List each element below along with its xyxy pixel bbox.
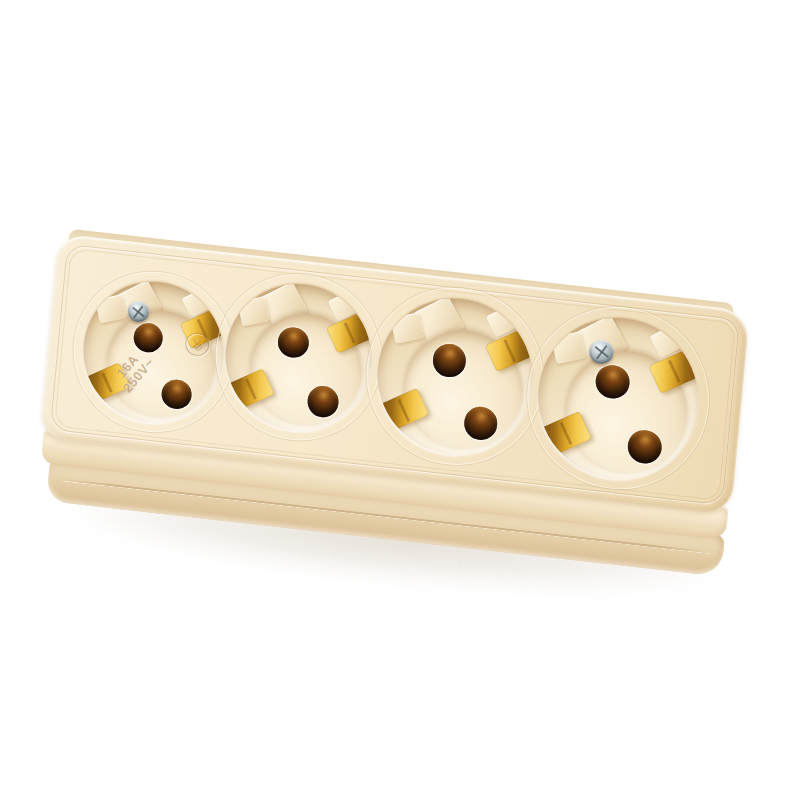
product-photo: 16A 250V~ <box>0 0 800 800</box>
socket-2 <box>219 276 378 438</box>
socket-1: 16A 250V~ <box>77 274 229 429</box>
socket-3 <box>371 290 539 462</box>
socket-4 <box>531 309 705 486</box>
